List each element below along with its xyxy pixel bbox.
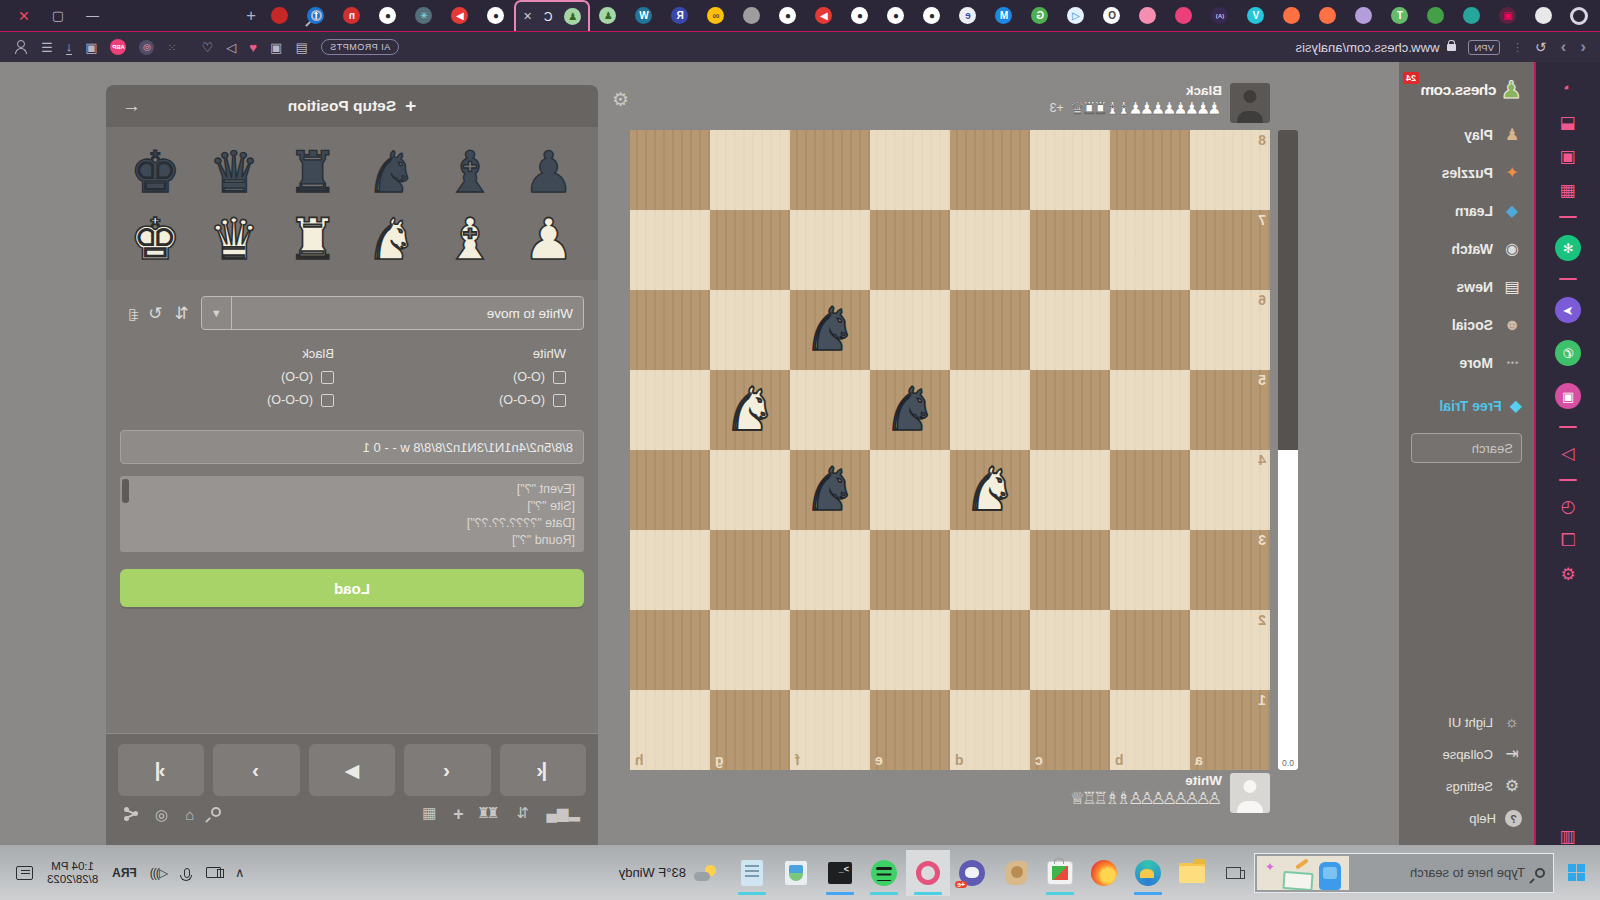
sidebar-item-label: More [1460,355,1493,371]
square-e3[interactable] [870,530,950,610]
square-a6[interactable]: 6 [1190,290,1270,370]
square-b4[interactable] [1110,450,1190,530]
zoom-magnifier-icon[interactable] [211,807,221,817]
square-f1[interactable]: f [790,690,870,770]
target-icon[interactable]: ◎ [155,807,168,822]
app-lamp-icon [1005,861,1027,885]
square-a5[interactable]: 5 [1190,370,1270,450]
browser-tab[interactable] [1166,0,1202,31]
tab-favicon: ● [852,7,869,24]
chess-com-page: ♟ chess.com 24 ♟Play✦Puzzles◆Learn◉Watch… [0,62,1536,845]
turn-dropdown[interactable]: White to move ▼ [201,296,584,330]
taskbar-clock[interactable]: 1:04 PM8/28/2023 [47,860,98,886]
last-move-button[interactable]: ›| [118,744,204,796]
first-move-button[interactable]: |‹ [500,744,586,796]
network-icon[interactable] [206,867,221,878]
square-d6[interactable] [950,290,1030,370]
square-c3[interactable] [1030,530,1110,610]
speaker-icon[interactable]: ◁))) [151,866,168,880]
start-button[interactable] [1554,853,1600,893]
tab-favicon: V [1248,7,1265,24]
square-g4[interactable] [710,450,790,530]
system-tray: ∧ ◁))) FRA 1:04 PM8/28/2023 [0,860,245,886]
back-button[interactable]: ‹ [1580,37,1586,57]
square-a7[interactable]: 7 [1190,210,1270,290]
sidebar-item-news[interactable]: ▤News [1399,268,1534,306]
profile-icon[interactable] [14,40,28,54]
share-page-icon[interactable]: ▷ [226,40,236,55]
browser-tab[interactable] [1310,0,1346,31]
tab-favicon: W [636,7,653,24]
nav-footer: ☼Light UI⇤Collapse⚙Settings?Help [1399,706,1534,835]
clear-board-trash-icon[interactable]: ▯☰ [120,306,136,321]
collapse-arrow-icon[interactable]: ← [122,95,141,117]
share-icon[interactable] [124,807,138,821]
taskbar-app-xbox[interactable] [950,850,994,896]
settings-sliders-icon[interactable]: ☰ [41,40,53,55]
square-e4[interactable] [870,450,950,530]
castling-option-label: (O-O-O) [499,393,545,407]
taskbar-app-terminal[interactable] [818,850,862,896]
tab-favicon: O [1104,7,1121,24]
microphone-icon[interactable] [184,868,190,878]
square-f3[interactable] [790,530,870,610]
tab-favicon [1428,7,1445,24]
maximize-button[interactable]: ▢ [52,8,64,23]
square-b8[interactable] [1110,130,1190,210]
browser-tab[interactable]: ● [914,0,950,31]
browser-tab[interactable]: ● [842,0,878,31]
browser-tab[interactable]: ◁ [1058,0,1094,31]
square-b3[interactable] [1110,530,1190,610]
browser-tab[interactable]: ● [878,0,914,31]
footer-item-help[interactable]: ?Help [1399,802,1534,835]
white-player-name: White [1074,773,1222,788]
browser-tab[interactable]: ▶ [806,0,842,31]
tab-favicon: ♟ [600,7,617,24]
browser-tab[interactable]: ● [770,0,806,31]
browser-tab[interactable] [1454,0,1490,31]
sidebar-item-label: News [1456,279,1493,295]
sidebar-item-social[interactable]: ☻Social [1399,306,1534,344]
player-row-white: White ♙♙♙♙♙♙♙♙ ♗♗ ♖♖ ♕ [622,773,1270,817]
square-d8[interactable] [950,130,1030,210]
reload-button[interactable]: ↻ [1535,39,1547,55]
palette-white-rook[interactable]: ♜ [287,208,338,271]
white-kingside-checkbox[interactable] [553,371,566,384]
square-a8[interactable]: 8 [1190,130,1270,210]
square-d4[interactable]: ♞ [950,450,1030,530]
browser-tab[interactable] [1274,0,1310,31]
chess-logo-pawn-icon: ♟ [1500,78,1522,102]
snapshot-icon[interactable]: ▥ [1560,828,1576,845]
address-url[interactable]: www.chess.com/analysis [1296,40,1440,55]
black-queenside-option: (O-O-O) [120,393,334,407]
black-player-name: Black [1049,83,1222,98]
player-row-black: Black ♟♟♟♟♟♟♟♟ ♝♝ ♜♜ ♛+3 [622,83,1270,127]
browser-tab[interactable]: e [950,0,986,31]
vpn-badge[interactable]: VPN [1468,40,1500,55]
browser-tab[interactable] [1346,0,1382,31]
downloads-icon[interactable]: ↓ [66,39,73,55]
browser-tab[interactable]: ▣ [1490,0,1526,31]
square-g7[interactable] [710,210,790,290]
evaluation-bar: 0.0 [1278,130,1298,770]
palette-black-knight[interactable]: ♞ [366,141,417,204]
chess-com-logo[interactable]: ♟ chess.com 24 [1399,72,1534,116]
square-h8[interactable] [630,130,710,210]
square-c6[interactable] [1030,290,1110,370]
black-material-score: +3 [1049,101,1063,115]
browser-tab[interactable]: V [1238,0,1274,31]
tab-favicon [744,7,761,24]
sidebar-item-play[interactable]: ♟Play [1399,116,1534,154]
news-icon: ▤ [1502,279,1522,295]
square-b5[interactable] [1110,370,1190,450]
watch-icon: ◉ [1502,241,1522,257]
chatgpt-icon[interactable]: ✻ [1555,235,1581,261]
rank-label: 6 [1258,292,1266,308]
taskbar-app-opera-gx[interactable] [906,850,950,896]
target-extension-icon[interactable]: ◎ [139,40,154,55]
taskbar-apps [730,850,1214,896]
square-e2[interactable] [870,610,950,690]
browser-toolbar: ‹ › ↻ ⋮ VPN www.chess.com/analysis AI PR… [0,31,1600,62]
tab-favicon: ● [380,7,397,24]
tab-close-icon[interactable]: ✕ [523,10,532,23]
footer-item-settings[interactable]: ⚙Settings [1399,770,1534,802]
chess-board[interactable]: 876♞5♞♞4♞♞321abcdefgh [630,130,1270,770]
snapshot-camera-icon[interactable]: ▣ [270,40,282,55]
history-icon[interactable]: ◷ [1561,498,1576,515]
square-d7[interactable] [950,210,1030,290]
square-h1[interactable]: h [630,690,710,770]
browser-tab[interactable] [1418,0,1454,31]
reset-board-icon[interactable]: ↻ [148,305,162,322]
instagram-icon[interactable]: ▣ [1555,383,1581,409]
setup-panel-title: Setup Position [288,97,397,115]
browser-tab[interactable]: ● [370,0,406,31]
square-f7[interactable] [790,210,870,290]
square-f5[interactable] [790,370,870,450]
rank-label: 1 [1258,692,1266,708]
file-label: g [715,752,724,768]
action-center-icon[interactable] [16,866,33,880]
square-f6[interactable]: ♞ [790,290,870,370]
palette-black-king[interactable]: ♚ [130,141,181,204]
speed-dial-icon[interactable]: ◔ [1563,80,1573,97]
browser-tab[interactable]: O [1094,0,1130,31]
square-e5[interactable]: ♞ [870,370,950,450]
sidebar-item-learn[interactable]: ◆Learn [1399,192,1534,230]
tab-favicon: e [960,7,977,24]
chevron-down-icon: ▼ [202,297,232,329]
sidebar-divider [1559,426,1577,428]
rank-label: 5 [1258,372,1266,388]
palette-white-knight[interactable]: ♞ [366,208,417,271]
language-indicator[interactable]: FRA [112,866,137,880]
lock-icon[interactable] [1447,44,1456,51]
white-piece-row: ♟♝♞♜♛♚ [116,208,588,271]
square-g5[interactable]: ♞ [710,370,790,450]
browser-tab[interactable]: R [662,0,698,31]
site-menu-dots-icon[interactable]: ⋮ [1512,41,1523,54]
taskbar-app-spotify[interactable] [862,850,906,896]
tab-favicon: ● [488,7,505,24]
light-ui-icon: ☼ [1502,714,1522,730]
pgn-line: [Date "????.??.??"] [134,515,575,532]
square-a3[interactable]: 3 [1190,530,1270,610]
castling-options: White(O-O)(O-O-O)Black(O-O)(O-O-O) [120,346,584,416]
browser-tab[interactable]: ▶ [442,0,478,31]
bookmark-heart-icon[interactable]: ♡ [202,40,214,55]
browser-tab[interactable]: T [1382,0,1418,31]
footer-item-collapse[interactable]: ⇤Collapse [1399,738,1534,770]
tab-favicon: T [1392,7,1409,24]
black-knight[interactable]: ♞ [790,290,870,370]
explore-icon[interactable]: ⌂ [185,807,194,822]
square-e7[interactable] [870,210,950,290]
taskbar-app-app-lamp[interactable] [994,850,1038,896]
weather-icon [694,865,716,881]
square-f8[interactable] [790,130,870,210]
browser-tab[interactable]: ✳ [406,0,442,31]
square-g3[interactable] [710,530,790,610]
piece-palette: ♟♝♞♜♛♚♟♝♞♜♛♚ [106,127,598,280]
more-icon: ••• [1502,359,1522,368]
tab-favicon: ● [888,7,905,24]
tab-favicon: ● [780,7,797,24]
search-tabs-icon[interactable] [311,10,322,21]
square-b1[interactable]: b [1110,690,1190,770]
black-queenside-checkbox[interactable] [321,394,334,407]
square-f4[interactable]: ♞ [790,450,870,530]
spotify-icon [871,860,897,886]
square-d3[interactable] [950,530,1030,610]
palette-white-king[interactable]: ♚ [130,208,181,271]
square-h7[interactable] [630,210,710,290]
square-a4[interactable]: 4 [1190,450,1270,530]
taskbar-app-antivirus[interactable] [774,850,818,896]
tab-favicon [1356,7,1373,24]
task-view-button[interactable] [1214,853,1254,893]
black-knight[interactable]: ♞ [870,370,950,450]
twitch-icon[interactable]: ▣ [1560,148,1576,165]
free-trial-link[interactable]: ◆ Free Trial [1399,382,1534,425]
square-b6[interactable] [1110,290,1190,370]
notification-badge: 24 [1403,72,1419,84]
square-a1[interactable]: 1a [1190,690,1270,770]
sidebar-item-label: Play [1464,127,1493,143]
load-button[interactable]: Load [120,569,584,607]
footer-item-light-ui[interactable]: ☼Light UI [1399,706,1534,738]
extension-dots-icon[interactable]: ⁙ [167,41,176,54]
running-indicator [826,892,854,895]
square-g6[interactable] [710,290,790,370]
flip-board-icon[interactable]: ⇅ [517,805,530,823]
footer-item-label: Help [1469,811,1496,826]
active-tab[interactable]: ♟C✕ [514,0,590,31]
opera-logo-icon[interactable] [1570,7,1588,25]
square-h3[interactable] [630,530,710,610]
rank-label: 8 [1258,132,1266,148]
fen-input[interactable]: 8/8/5n2/4n1N1/3N1n2/8/8/8 w - - 0 1 [120,430,584,464]
taskbar-app-file-explorer[interactable] [1170,850,1214,896]
tab-favicon [1284,7,1301,24]
next-move-button[interactable]: › [213,744,299,796]
running-indicator [914,892,942,895]
square-c5[interactable] [1030,370,1110,450]
rank-label: 4 [1258,452,1266,468]
taskbar-app-firefox[interactable] [1082,850,1126,896]
castling-option-label: (O-O) [281,370,313,384]
footer-item-label: Light UI [1448,715,1493,730]
palette-black-queen[interactable]: ♛ [209,141,260,204]
square-c2[interactable] [1030,610,1110,690]
white-captured-pieces: ♙♙♙♙♙♙♙♙ ♗♗ ♖♖ ♕ [1074,788,1222,809]
sidebar-item-puzzles[interactable]: ✦Puzzles [1399,154,1534,192]
white-knight[interactable]: ♞ [950,450,1030,530]
pgn-scrollbar[interactable] [122,479,129,503]
analysis-bars-icon[interactable]: ▂▆▄ [546,805,580,823]
square-c7[interactable] [1030,210,1110,290]
square-h6[interactable] [630,290,710,370]
square-g1[interactable]: g [710,690,790,770]
setup-panel-header[interactable]: + Setup Position ← [106,85,598,127]
close-button[interactable]: ✕ [18,8,30,24]
black-kingside-checkbox[interactable] [321,371,334,384]
browser-tab[interactable]: G [1022,0,1058,31]
tab-favicon: G [1032,7,1049,24]
palette-white-pawn[interactable]: ♟ [523,208,574,271]
square-e6[interactable] [870,290,950,370]
white-queenside-checkbox[interactable] [553,394,566,407]
terminal-icon [828,862,852,884]
white-avatar[interactable] [1230,773,1270,813]
gx-corner-icon[interactable]: ⬓ [1560,114,1576,131]
settings-icon[interactable]: ⚙ [1560,566,1575,583]
messenger-icon[interactable]: ➤ [1555,297,1581,323]
forward-button[interactable]: › [1561,37,1567,57]
white-knight[interactable]: ♞ [710,370,790,450]
sidebar-item-watch[interactable]: ◉Watch [1399,230,1534,268]
palette-black-rook[interactable]: ♜ [287,141,338,204]
add-icon[interactable]: + [453,805,464,823]
tab-favicon: ▣ [1500,7,1517,24]
sidebar-item-more[interactable]: •••More [1399,344,1534,382]
browser-tab[interactable]: n [334,0,370,31]
square-g2[interactable] [710,610,790,690]
square-b7[interactable] [1110,210,1190,290]
pgn-line: [Round "?"] [134,532,575,549]
tab-favicon [1464,7,1481,24]
browser-tab[interactable]: (A) [1202,0,1238,31]
extensions-icon[interactable]: ❒ [1560,532,1575,549]
palette-white-queen[interactable]: ♛ [209,208,260,271]
square-b2[interactable] [1110,610,1190,690]
play-button[interactable]: ▶ [309,744,395,796]
taskbar-app-edge[interactable] [1126,850,1170,896]
square-f2[interactable] [790,610,870,690]
square-c1[interactable]: c [1030,690,1110,770]
black-knight[interactable]: ♞ [790,450,870,530]
palette-black-pawn[interactable]: ♟ [523,141,574,204]
taskbar-search-box[interactable]: Type here to search ✦ [1254,853,1554,893]
square-e1[interactable]: e [870,690,950,770]
pgn-textarea[interactable]: [Event "?"][Site "?"][Date "????.??.??"]… [120,476,584,552]
square-a2[interactable]: 2 [1190,610,1270,690]
antivirus-icon [785,861,807,885]
browser-tab[interactable]: ♟ [590,0,626,31]
search-input[interactable]: Search [1411,433,1522,463]
board-grid-icon[interactable]: ▦ [422,805,436,823]
whatsapp-icon[interactable]: ✆ [1555,340,1581,366]
tab-favicon: ✳ [416,7,433,24]
file-label: e [875,752,883,768]
taskbar-app-microsoft-store[interactable] [1038,850,1082,896]
file-label: d [955,752,964,768]
pieces-icon[interactable]: ♜♜ [481,805,500,823]
tab-favicon: ▶ [816,7,833,24]
chess-logo-text: chess.com [1421,81,1497,99]
browser-tab[interactable]: W [626,0,662,31]
palette-black-bishop[interactable]: ♝ [444,141,495,204]
firefox-icon [1091,860,1117,886]
minimize-button[interactable]: — [86,8,99,23]
browser-tab[interactable]: M [986,0,1022,31]
browser-tab[interactable] [1130,0,1166,31]
tab-favicon: (A) [1212,7,1229,24]
square-g8[interactable] [710,130,790,210]
palette-white-bishop[interactable]: ♝ [444,208,495,271]
square-h5[interactable] [630,370,710,450]
browser-tab[interactable] [1526,0,1562,31]
cube-extension-icon[interactable]: ▣ [85,40,97,55]
browser-tab[interactable]: ∞ [698,0,734,31]
square-e8[interactable] [870,130,950,210]
adblock-plus-icon[interactable]: ABP [110,39,126,55]
opera-gx-icon [916,861,940,885]
flip-colors-icon[interactable]: ⇅ [175,305,189,322]
square-d1[interactable]: d [950,690,1030,770]
square-h4[interactable] [630,450,710,530]
social-icon: ☻ [1502,317,1522,333]
square-c8[interactable] [1030,130,1110,210]
taskbar-app-notepad[interactable] [730,850,774,896]
sidebar-item-label: Puzzles [1442,165,1493,181]
gx-control-icon[interactable]: ▦ [1560,182,1576,199]
castling-option-label: (O-O) [513,370,545,384]
square-h2[interactable] [630,610,710,690]
prev-move-button[interactable]: ‹ [404,744,490,796]
square-d2[interactable] [950,610,1030,690]
pinboard-icon[interactable]: ♥ [249,40,257,55]
black-avatar[interactable] [1230,83,1270,123]
sidebar-panel-icon[interactable]: ▤ [295,40,307,55]
microsoft-store-icon [1048,862,1072,884]
tab-favicon: ● [924,7,941,24]
hidden-icons-chevron[interactable]: ∧ [235,865,245,880]
running-indicator [1046,892,1074,895]
ai-prompts-button[interactable]: AI PROMPTS [321,39,400,55]
weather-widget[interactable]: 83°F Windy [619,865,716,881]
browser-tab[interactable] [734,0,770,31]
square-c4[interactable] [1030,450,1110,530]
windows-taskbar: Type here to search ✦ 83°F Windy ∧ ◁))) … [0,845,1600,900]
player-icon[interactable]: ▷ [1561,445,1574,462]
square-d5[interactable] [950,370,1030,450]
browser-tab[interactable]: ● [478,0,514,31]
